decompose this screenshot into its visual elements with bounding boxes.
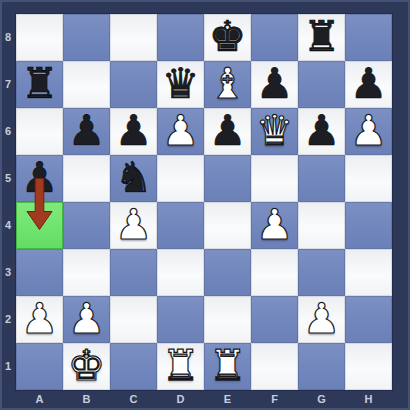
square-f4[interactable]: ♟ [251,202,298,249]
square-e5[interactable] [204,155,251,202]
square-a8[interactable] [16,14,63,61]
square-a6[interactable] [16,108,63,155]
square-e8[interactable]: ♚ [204,14,251,61]
square-d8[interactable] [157,14,204,61]
square-b1[interactable]: ♚ [63,343,110,390]
file-label-h: H [345,391,392,407]
piece-black-pawn-g6[interactable]: ♟ [303,110,341,152]
square-f7[interactable]: ♟ [251,61,298,108]
piece-white-pawn-a2[interactable]: ♟ [21,298,59,340]
piece-white-pawn-f4[interactable]: ♟ [256,204,294,246]
piece-black-pawn-a5[interactable]: ♟ [21,157,59,199]
square-b7[interactable] [63,61,110,108]
piece-white-bishop-e7[interactable]: ♝ [209,63,247,105]
piece-white-queen-f6[interactable]: ♛ [256,110,294,152]
square-g7[interactable] [298,61,345,108]
rank-label-2: 2 [0,296,16,343]
square-a2[interactable]: ♟ [16,296,63,343]
rank-label-7: 7 [0,61,16,108]
piece-black-knight-c5[interactable]: ♞ [115,157,153,199]
square-e1[interactable]: ♜ [204,343,251,390]
piece-black-rook-g8[interactable]: ♜ [303,16,341,58]
square-c5[interactable]: ♞ [110,155,157,202]
square-b2[interactable]: ♟ [63,296,110,343]
square-e3[interactable] [204,249,251,296]
piece-black-pawn-c6[interactable]: ♟ [115,110,153,152]
square-c1[interactable] [110,343,157,390]
piece-white-pawn-c4[interactable]: ♟ [115,204,153,246]
square-g5[interactable] [298,155,345,202]
square-g3[interactable] [298,249,345,296]
square-d2[interactable] [157,296,204,343]
square-f5[interactable] [251,155,298,202]
piece-white-pawn-d6[interactable]: ♟ [162,110,200,152]
rank-label-5: 5 [0,155,16,202]
square-g1[interactable] [298,343,345,390]
square-c7[interactable] [110,61,157,108]
piece-white-rook-e1[interactable]: ♜ [209,345,247,387]
square-f8[interactable] [251,14,298,61]
square-g8[interactable]: ♜ [298,14,345,61]
square-a7[interactable]: ♜ [16,61,63,108]
square-b5[interactable] [63,155,110,202]
square-b4[interactable] [63,202,110,249]
square-c4[interactable]: ♟ [110,202,157,249]
square-b8[interactable] [63,14,110,61]
square-h8[interactable] [345,14,392,61]
square-a3[interactable] [16,249,63,296]
square-c6[interactable]: ♟ [110,108,157,155]
square-h7[interactable]: ♟ [345,61,392,108]
square-f3[interactable] [251,249,298,296]
rank-label-3: 3 [0,249,16,296]
piece-black-pawn-e6[interactable]: ♟ [209,110,247,152]
square-e4[interactable] [204,202,251,249]
square-a5[interactable]: ♟ [16,155,63,202]
square-e6[interactable]: ♟ [204,108,251,155]
rank-label-1: 1 [0,343,16,390]
square-a1[interactable] [16,343,63,390]
square-f6[interactable]: ♛ [251,108,298,155]
chess-board: ♚♜♜♛♝♟♟♟♟♟♟♛♟♟♟♞♟♟♟♟♟♚♜♜ [16,14,392,390]
square-h6[interactable]: ♟ [345,108,392,155]
square-f1[interactable] [251,343,298,390]
square-c2[interactable] [110,296,157,343]
rank-label-6: 6 [0,108,16,155]
piece-white-king-b1[interactable]: ♚ [68,345,106,387]
square-f2[interactable] [251,296,298,343]
square-d4[interactable] [157,202,204,249]
piece-black-pawn-b6[interactable]: ♟ [68,110,106,152]
square-g4[interactable] [298,202,345,249]
square-h5[interactable] [345,155,392,202]
square-d1[interactable]: ♜ [157,343,204,390]
square-g2[interactable]: ♟ [298,296,345,343]
piece-white-pawn-h6[interactable]: ♟ [350,110,388,152]
square-c8[interactable] [110,14,157,61]
piece-black-king-e8[interactable]: ♚ [209,16,247,58]
square-d7[interactable]: ♛ [157,61,204,108]
file-label-c: C [110,391,157,407]
square-b3[interactable] [63,249,110,296]
piece-black-queen-d7[interactable]: ♛ [162,63,200,105]
file-label-d: D [157,391,204,407]
rank-label-4: 4 [0,202,16,249]
piece-black-pawn-f7[interactable]: ♟ [256,63,294,105]
square-b6[interactable]: ♟ [63,108,110,155]
square-a4[interactable] [16,202,63,249]
square-d5[interactable] [157,155,204,202]
file-label-a: A [16,391,63,407]
piece-white-pawn-g2[interactable]: ♟ [303,298,341,340]
file-label-e: E [204,391,251,407]
square-h1[interactable] [345,343,392,390]
square-e7[interactable]: ♝ [204,61,251,108]
square-h4[interactable] [345,202,392,249]
square-e2[interactable] [204,296,251,343]
piece-white-pawn-b2[interactable]: ♟ [68,298,106,340]
piece-black-pawn-h7[interactable]: ♟ [350,63,388,105]
piece-white-rook-d1[interactable]: ♜ [162,345,200,387]
square-h3[interactable] [345,249,392,296]
piece-black-rook-a7[interactable]: ♜ [21,63,59,105]
square-d3[interactable] [157,249,204,296]
square-h2[interactable] [345,296,392,343]
rank-label-8: 8 [0,14,16,61]
square-g6[interactable]: ♟ [298,108,345,155]
file-label-b: B [63,391,110,407]
file-label-f: F [251,391,298,407]
file-label-g: G [298,391,345,407]
square-c3[interactable] [110,249,157,296]
square-d6[interactable]: ♟ [157,108,204,155]
